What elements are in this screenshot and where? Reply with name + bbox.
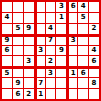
cell-r1c9[interactable] [89,2,99,12]
cell-r2c7[interactable] [67,13,77,23]
cell-r3c8[interactable] [78,24,88,34]
cell-r2c3[interactable] [24,13,34,23]
cell-r5c1[interactable]: 6 [2,46,12,56]
cell-r1c3[interactable] [24,2,34,12]
cell-r8c9[interactable]: 8 [89,78,99,88]
cell-r4c1[interactable]: 9 [2,35,12,45]
cell-r9c3[interactable]: 2 [24,89,34,99]
cell-r3c1[interactable] [2,24,12,34]
cell-r5c4[interactable]: 3 [35,46,45,56]
cell-r1c6[interactable]: 3 [56,2,66,12]
cell-r6c4[interactable] [35,56,45,66]
cell-r5c5[interactable] [46,46,56,56]
cell-r8c2[interactable]: 9 [13,78,23,88]
cell-r1c8[interactable]: 4 [78,2,88,12]
cell-r4c6[interactable] [56,35,66,45]
cell-r6c9[interactable]: 6 [89,56,99,66]
cell-r3c6[interactable] [56,24,66,34]
cell-r4c9[interactable] [89,35,99,45]
cell-r6c3[interactable]: 3 [24,56,34,66]
cell-r3c7[interactable] [67,24,77,34]
cell-r1c1[interactable] [2,2,12,12]
cell-r9c2[interactable]: 6 [13,89,23,99]
cell-r2c9[interactable] [89,13,99,23]
cell-r9c4[interactable]: 1 [35,89,45,99]
cell-r2c1[interactable]: 4 [2,13,12,23]
cell-r5c2[interactable] [13,46,23,56]
cell-r3c4[interactable] [35,24,45,34]
cell-r8c8[interactable] [78,78,88,88]
cell-r9c1[interactable] [2,89,12,99]
cell-r5c6[interactable]: 9 [56,46,66,56]
cell-r8c6[interactable] [56,78,66,88]
cell-r7c6[interactable] [56,67,66,77]
cell-r6c2[interactable] [13,56,23,66]
cell-r5c3[interactable] [24,46,34,56]
cell-r9c8[interactable] [78,89,88,99]
sudoku-board: 364415594297363943265316978621 [0,0,101,101]
cell-r7c5[interactable]: 3 [46,67,56,77]
cell-r7c2[interactable] [13,67,23,77]
cell-r1c2[interactable] [13,2,23,12]
cell-r4c7[interactable]: 3 [67,35,77,45]
cell-r1c5[interactable] [46,2,56,12]
cell-r6c6[interactable] [56,56,66,66]
cell-r9c7[interactable] [67,89,77,99]
cell-r7c9[interactable] [89,67,99,77]
cell-r7c8[interactable]: 6 [78,67,88,77]
cell-r5c8[interactable] [78,46,88,56]
cell-r6c7[interactable] [67,56,77,66]
cell-r7c3[interactable] [24,67,34,77]
cell-r3c2[interactable]: 5 [13,24,23,34]
cell-r3c3[interactable]: 9 [24,24,34,34]
cell-r8c4[interactable]: 7 [35,78,45,88]
cell-r1c4[interactable] [35,2,45,12]
cell-r6c1[interactable] [2,56,12,66]
cell-r2c8[interactable]: 5 [78,13,88,23]
cell-r4c3[interactable] [24,35,34,45]
cell-r2c2[interactable] [13,13,23,23]
cell-r9c6[interactable] [56,89,66,99]
cell-r9c9[interactable] [89,89,99,99]
cell-r8c1[interactable] [2,78,12,88]
cell-r2c4[interactable] [35,13,45,23]
cell-r8c7[interactable] [67,78,77,88]
cell-r7c7[interactable]: 1 [67,67,77,77]
cell-r2c6[interactable]: 1 [56,13,66,23]
cell-r8c3[interactable] [24,78,34,88]
cell-r6c8[interactable] [78,56,88,66]
cell-r4c8[interactable] [78,35,88,45]
cell-r7c1[interactable]: 5 [2,67,12,77]
cell-r9c5[interactable] [46,89,56,99]
cell-r7c4[interactable] [35,67,45,77]
cell-r8c5[interactable] [46,78,56,88]
cell-r3c9[interactable]: 2 [89,24,99,34]
cell-r4c5[interactable]: 7 [46,35,56,45]
cell-r4c4[interactable] [35,35,45,45]
cell-r3c5[interactable]: 4 [46,24,56,34]
cell-r6c5[interactable]: 2 [46,56,56,66]
cell-r1c7[interactable]: 6 [67,2,77,12]
cell-r4c2[interactable] [13,35,23,45]
cell-r5c9[interactable]: 4 [89,46,99,56]
cell-r2c5[interactable] [46,13,56,23]
cell-r5c7[interactable] [67,46,77,56]
